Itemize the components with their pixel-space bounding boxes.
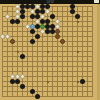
black-stone xyxy=(35,94,40,99)
intersection[interactable] xyxy=(60,39,65,44)
black-stone xyxy=(20,84,25,89)
intersection[interactable] xyxy=(55,34,60,39)
intersection[interactable] xyxy=(15,19,20,24)
brown-marker-stone xyxy=(10,39,15,44)
intersection[interactable] xyxy=(45,9,50,14)
intersection[interactable] xyxy=(30,89,35,94)
intersection[interactable] xyxy=(20,14,25,19)
intersection[interactable] xyxy=(35,34,40,39)
intersection[interactable] xyxy=(50,14,55,19)
intersection[interactable] xyxy=(10,39,15,44)
white-stone xyxy=(5,14,10,19)
black-stone xyxy=(30,29,35,34)
black-stone xyxy=(15,79,20,84)
intersection[interactable] xyxy=(30,29,35,34)
black-stone xyxy=(30,89,35,94)
white-stone xyxy=(5,34,10,39)
black-stone xyxy=(20,14,25,19)
hoshi-point xyxy=(77,21,79,23)
white-stone xyxy=(45,9,50,14)
intersection[interactable] xyxy=(20,74,25,79)
white-stone xyxy=(20,74,25,79)
intersection[interactable] xyxy=(15,79,20,84)
intersection[interactable] xyxy=(70,9,75,14)
intersection[interactable] xyxy=(80,79,85,84)
hoshi-point xyxy=(47,81,49,83)
intersection[interactable] xyxy=(75,14,80,19)
intersection[interactable] xyxy=(30,39,35,44)
hoshi-point xyxy=(17,51,19,53)
hoshi-point xyxy=(77,81,79,83)
black-stone xyxy=(20,54,25,59)
hoshi-point xyxy=(47,51,49,53)
black-stone xyxy=(70,9,75,14)
go-board[interactable] xyxy=(0,4,95,99)
hoshi-point xyxy=(77,51,79,53)
intersection[interactable] xyxy=(5,34,10,39)
black-stone xyxy=(75,14,80,19)
intersection[interactable] xyxy=(20,84,25,89)
black-stone xyxy=(35,34,40,39)
intersection[interactable] xyxy=(5,14,10,19)
brown-marker-stone xyxy=(60,39,65,44)
intersection[interactable] xyxy=(35,94,40,99)
black-stone xyxy=(50,14,55,19)
intersection[interactable] xyxy=(20,54,25,59)
brown-marker-stone xyxy=(55,34,60,39)
board-edge-shadow xyxy=(97,4,100,100)
intersection[interactable] xyxy=(90,94,95,99)
black-stone xyxy=(80,79,85,84)
battery-icon xyxy=(94,0,99,3)
go-app-window: 14:52 xyxy=(0,0,100,100)
black-stone xyxy=(30,39,35,44)
black-stone xyxy=(15,19,20,24)
